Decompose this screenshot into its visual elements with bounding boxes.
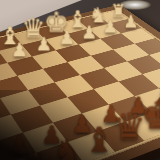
white-pawn: ♟ xyxy=(31,34,57,53)
white-pawn: ♟ xyxy=(6,40,33,59)
white-pawn: ♟ xyxy=(54,29,79,47)
chess-set-photo: ♜♞♝♛♚♝♞♜♟♟♟♟♟♟♟♟♟♟♟♟♟♟♟♟♜♞♝♛♚♝♞♜ xyxy=(0,0,160,160)
white-pawn: ♟ xyxy=(0,46,8,65)
white-pawn: ♟ xyxy=(77,23,102,41)
table-shadow xyxy=(0,90,160,160)
white-pawn: ♟ xyxy=(98,18,122,35)
